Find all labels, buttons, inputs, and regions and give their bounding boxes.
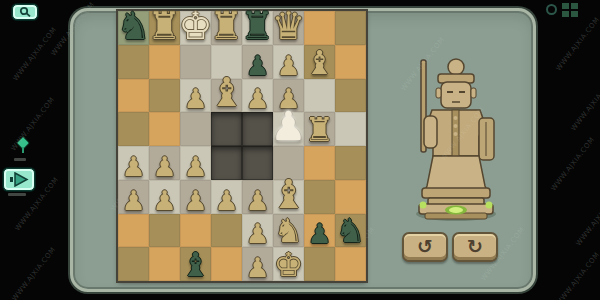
game-screenshot: { "game": "stone-statue chess puzzle (st… [0, 0, 600, 300]
square[interactable] [118, 45, 149, 79]
pit-square[interactable] [242, 146, 273, 180]
square[interactable] [335, 180, 366, 214]
square[interactable] [304, 11, 335, 45]
square[interactable] [149, 214, 180, 248]
piece-t-r[interactable]: ♜ [305, 113, 335, 146]
square[interactable]: ♟ [242, 45, 273, 79]
piece-w-p-selected[interactable]: ♟ [271, 106, 307, 146]
magnifier-icon [18, 6, 32, 18]
square[interactable] [180, 45, 211, 79]
play-icon [9, 172, 29, 187]
piece-t-p[interactable]: ♟ [121, 187, 145, 214]
square[interactable] [335, 11, 366, 45]
square[interactable]: ♟ [180, 79, 211, 113]
square[interactable] [335, 247, 366, 281]
square[interactable]: ♟ [242, 180, 273, 214]
chess-board[interactable]: ♞♜♚♜♜♛♟♟♝♟♝♟♟♟♜♟♟♟♟♟♟♟♟♝♟♞♟♞♝♟♚ [118, 11, 366, 281]
piece-t-p[interactable]: ♟ [152, 153, 176, 180]
square[interactable]: ♜ [304, 112, 335, 146]
illegible-caption [8, 193, 26, 196]
piece-t-p[interactable]: ♟ [245, 220, 269, 247]
square[interactable] [118, 112, 149, 146]
watermark-text: WWW.AJXIA.COM [11, 26, 58, 83]
piece-t-b[interactable]: ♝ [209, 72, 245, 112]
piece-g-n[interactable]: ♞ [336, 214, 366, 247]
terracotta-soldier-statue [402, 54, 506, 224]
square[interactable]: ♞ [118, 11, 149, 45]
piece-g-r[interactable]: ♜ [240, 7, 274, 45]
square[interactable]: ♟ [242, 214, 273, 248]
square[interactable] [149, 112, 180, 146]
piece-t-r[interactable]: ♜ [209, 7, 243, 45]
square[interactable]: ♚ [273, 247, 304, 281]
square[interactable] [304, 79, 335, 113]
watermark-text: WWW.AJXIA.COM [554, 251, 600, 300]
square[interactable] [304, 247, 335, 281]
undo-button[interactable]: ↺ [402, 232, 448, 262]
square[interactable]: ♟ [273, 112, 304, 146]
square[interactable]: ♟ [273, 45, 304, 79]
square[interactable] [335, 79, 366, 113]
square[interactable] [304, 146, 335, 180]
piece-t-p[interactable]: ♟ [183, 85, 207, 112]
square[interactable]: ♟ [118, 146, 149, 180]
square[interactable]: ♟ [149, 146, 180, 180]
selected-piece-statue [402, 54, 506, 224]
square[interactable]: ♝ [304, 45, 335, 79]
piece-t-p[interactable]: ♟ [183, 187, 207, 214]
piece-t-b[interactable]: ♝ [271, 174, 307, 214]
square[interactable]: ♟ [180, 146, 211, 180]
piece-t-n[interactable]: ♞ [274, 214, 304, 247]
piece-t-p[interactable]: ♟ [214, 187, 238, 214]
watermark-text: WWW.AJXIA.COM [569, 76, 600, 133]
piece-g-b[interactable]: ♝ [181, 248, 211, 281]
square[interactable] [118, 214, 149, 248]
square[interactable]: ♜ [242, 11, 273, 45]
piece-t-k[interactable]: ♚ [274, 248, 304, 281]
watermark-text: WWW.AJXIA.COM [554, 16, 600, 73]
watermark-text: WWW.AJXIA.COM [10, 246, 57, 300]
square[interactable] [149, 247, 180, 281]
square[interactable] [149, 79, 180, 113]
square[interactable] [118, 79, 149, 113]
square[interactable]: ♞ [335, 214, 366, 248]
piece-t-p[interactable]: ♟ [152, 187, 176, 214]
piece-t-b[interactable]: ♝ [305, 46, 335, 79]
square[interactable]: ♝ [273, 180, 304, 214]
square[interactable]: ♜ [211, 11, 242, 45]
pit-square[interactable] [211, 146, 242, 180]
piece-t-p[interactable]: ♟ [183, 153, 207, 180]
square[interactable]: ♛ [273, 11, 304, 45]
square[interactable] [149, 45, 180, 79]
hint-gem-icon[interactable] [16, 138, 30, 155]
square[interactable]: ♟ [118, 180, 149, 214]
redo-button[interactable]: ↻ [452, 232, 498, 262]
square[interactable]: ♝ [180, 247, 211, 281]
piece-g-p[interactable]: ♟ [245, 52, 269, 79]
piece-c-k[interactable]: ♚ [178, 7, 212, 45]
square[interactable] [180, 112, 211, 146]
piece-g-p[interactable]: ♟ [307, 220, 331, 247]
pixel-grid-icon[interactable] [562, 3, 578, 17]
piece-t-p[interactable]: ♟ [245, 254, 269, 281]
square[interactable] [335, 112, 366, 146]
square[interactable] [211, 214, 242, 248]
magnifier-button[interactable] [12, 4, 38, 20]
watermark-text: WWW.AJXIA.COM [574, 191, 600, 248]
play-button[interactable] [3, 168, 35, 191]
square[interactable]: ♟ [242, 247, 273, 281]
square[interactable] [335, 45, 366, 79]
pit-square[interactable] [211, 112, 242, 146]
piece-t-p[interactable]: ♟ [121, 153, 145, 180]
pit-square[interactable] [242, 112, 273, 146]
square[interactable] [180, 214, 211, 248]
square[interactable]: ♟ [180, 180, 211, 214]
piece-t-r[interactable]: ♜ [147, 7, 181, 45]
refresh-icon[interactable] [546, 4, 557, 15]
piece-t-q[interactable]: ♛ [271, 7, 305, 45]
square[interactable]: ♟ [211, 180, 242, 214]
square[interactable]: ♟ [304, 214, 335, 248]
piece-g-n[interactable]: ♞ [116, 7, 150, 45]
square[interactable] [335, 146, 366, 180]
square[interactable]: ♞ [273, 214, 304, 248]
piece-t-p[interactable]: ♟ [245, 187, 269, 214]
illegible-caption [14, 158, 26, 161]
gem-stem [22, 147, 24, 153]
square[interactable] [304, 180, 335, 214]
square[interactable] [118, 247, 149, 281]
square[interactable]: ♝ [211, 79, 242, 113]
square[interactable]: ♟ [242, 79, 273, 113]
square[interactable] [211, 247, 242, 281]
square[interactable]: ♚ [180, 11, 211, 45]
square[interactable]: ♟ [149, 180, 180, 214]
piece-t-p[interactable]: ♟ [245, 85, 269, 112]
piece-t-p[interactable]: ♟ [276, 52, 300, 79]
watermark-text: WWW.AJXIA.COM [549, 136, 596, 193]
square[interactable]: ♜ [149, 11, 180, 45]
